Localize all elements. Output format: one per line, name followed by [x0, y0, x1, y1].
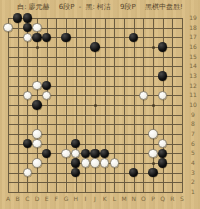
grid-line-vertical — [134, 18, 135, 193]
black-stone[interactable] — [71, 168, 80, 177]
star-point — [152, 104, 155, 107]
white-stone[interactable] — [32, 81, 41, 90]
white-stone[interactable] — [23, 168, 32, 177]
row-label: 3 — [187, 169, 199, 177]
black-stone[interactable] — [71, 158, 80, 167]
black-stone[interactable] — [90, 42, 99, 51]
row-label: 15 — [187, 53, 199, 61]
row-label: 16 — [187, 43, 199, 51]
white-stone[interactable] — [32, 158, 41, 167]
column-label: I — [80, 195, 90, 203]
white-stone[interactable] — [100, 158, 109, 167]
white-stone[interactable] — [3, 23, 12, 32]
black-stone[interactable] — [158, 149, 167, 158]
column-label: B — [13, 195, 23, 203]
row-label: 5 — [187, 149, 199, 157]
white-stone[interactable] — [32, 23, 41, 32]
column-label: C — [22, 195, 32, 203]
column-label: D — [32, 195, 42, 203]
row-label: 11 — [187, 91, 199, 99]
white-stone[interactable] — [158, 139, 167, 148]
black-stone[interactable] — [158, 42, 167, 51]
star-point — [36, 46, 39, 49]
black-stone[interactable] — [32, 100, 41, 109]
row-label: 19 — [187, 14, 199, 22]
column-label: G — [61, 195, 71, 203]
column-label: H — [71, 195, 81, 203]
white-stone[interactable] — [23, 33, 32, 42]
grid-line-vertical — [172, 18, 173, 193]
black-stone[interactable] — [100, 149, 109, 158]
column-label: R — [167, 195, 177, 203]
black-stone[interactable] — [32, 33, 41, 42]
row-label: 1 — [187, 188, 199, 196]
black-stone[interactable] — [90, 149, 99, 158]
row-label: 12 — [187, 82, 199, 90]
white-stone[interactable] — [110, 158, 119, 167]
black-stone[interactable] — [42, 81, 51, 90]
column-label: L — [109, 195, 119, 203]
star-point — [94, 104, 97, 107]
white-stone[interactable] — [23, 91, 32, 100]
white-stone[interactable] — [90, 158, 99, 167]
black-stone[interactable] — [158, 158, 167, 167]
black-stone[interactable] — [81, 149, 90, 158]
column-label: P — [148, 195, 158, 203]
column-label: A — [3, 195, 13, 203]
column-label: K — [100, 195, 110, 203]
black-stone[interactable] — [23, 139, 32, 148]
grid-line-vertical — [182, 18, 183, 193]
black-stone[interactable] — [23, 13, 32, 22]
go-game-viewer: 白:廖元赫 6段P - 黑:柯洁 9段P 黑棋中盘胜! ABCDEFGHIJKL… — [0, 0, 200, 209]
white-stone[interactable] — [32, 129, 41, 138]
row-label: 10 — [187, 101, 199, 109]
black-stone[interactable] — [42, 33, 51, 42]
white-stone[interactable] — [81, 158, 90, 167]
white-stone[interactable] — [61, 149, 70, 158]
black-stone[interactable] — [61, 33, 70, 42]
black-stone[interactable] — [23, 23, 32, 32]
grid-line-horizontal — [8, 115, 183, 116]
black-stone[interactable] — [71, 139, 80, 148]
star-point — [152, 46, 155, 49]
row-label: 9 — [187, 111, 199, 119]
white-stone[interactable] — [139, 91, 148, 100]
grid-line-horizontal — [8, 182, 183, 183]
white-stone[interactable] — [42, 91, 51, 100]
column-label: S — [177, 195, 187, 203]
row-label: 4 — [187, 159, 199, 167]
white-stone[interactable] — [148, 129, 157, 138]
black-stone[interactable] — [13, 13, 22, 22]
column-label: E — [42, 195, 52, 203]
column-label: Q — [158, 195, 168, 203]
black-stone[interactable] — [148, 168, 157, 177]
black-stone[interactable] — [129, 33, 138, 42]
column-label: O — [138, 195, 148, 203]
star-point — [152, 162, 155, 165]
grid-line-horizontal — [8, 192, 183, 193]
white-stone[interactable] — [71, 149, 80, 158]
row-label: 7 — [187, 130, 199, 138]
column-label: M — [119, 195, 129, 203]
row-label: 2 — [187, 178, 199, 186]
black-stone[interactable] — [42, 149, 51, 158]
row-label: 17 — [187, 33, 199, 41]
row-label: 18 — [187, 24, 199, 32]
column-label: N — [129, 195, 139, 203]
white-stone[interactable] — [148, 149, 157, 158]
row-label: 6 — [187, 140, 199, 148]
grid-line-vertical — [124, 18, 125, 193]
row-label: 8 — [187, 120, 199, 128]
white-stone[interactable] — [158, 91, 167, 100]
row-label: 14 — [187, 62, 199, 70]
row-label: 13 — [187, 72, 199, 80]
column-label: F — [51, 195, 61, 203]
grid-line-vertical — [143, 18, 144, 193]
grid-line-horizontal — [8, 124, 183, 125]
black-stone[interactable] — [158, 71, 167, 80]
column-label: J — [90, 195, 100, 203]
white-stone[interactable] — [32, 139, 41, 148]
go-board[interactable]: ABCDEFGHIJKLMNOPQRS191817161514131211109… — [0, 0, 200, 209]
black-stone[interactable] — [129, 168, 138, 177]
